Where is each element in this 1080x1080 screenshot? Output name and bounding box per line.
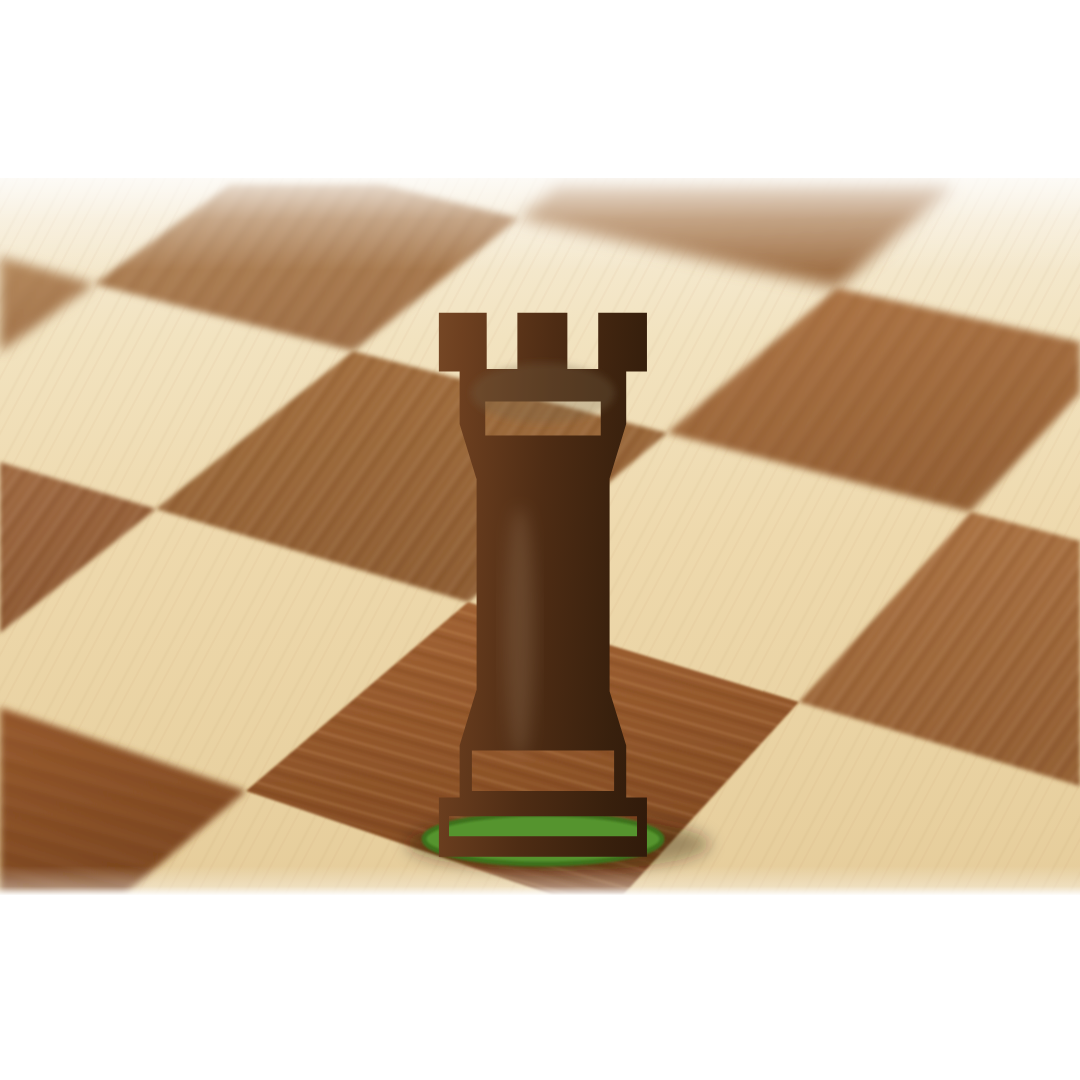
column-highlight xyxy=(505,508,535,758)
black-rook-piece: ♜ xyxy=(377,178,710,895)
rook-glyph: ♜ xyxy=(377,178,708,895)
bottom-haze xyxy=(0,866,1080,895)
chessboard-scene: ♜ xyxy=(0,178,1080,895)
board-photo: ♜ xyxy=(0,178,1080,895)
top-haze xyxy=(0,178,1080,270)
cup-top-sheen xyxy=(471,363,615,423)
